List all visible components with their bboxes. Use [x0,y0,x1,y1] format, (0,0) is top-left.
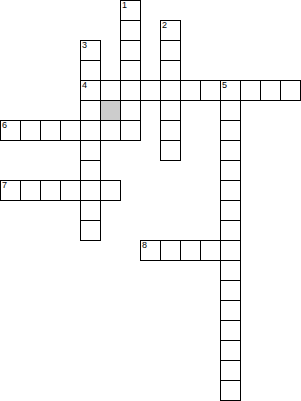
crossword-cell[interactable] [80,140,101,161]
crossword-cell[interactable] [80,220,101,241]
crossword-cell[interactable] [260,80,281,101]
crossword-cell[interactable] [120,80,141,101]
crossword-cell[interactable] [220,280,241,301]
crossword-cell[interactable] [220,140,241,161]
crossword-cell[interactable] [220,120,241,141]
crossword-cell[interactable] [100,120,121,141]
clue-number: 4 [82,81,87,90]
clue-number: 7 [2,181,7,190]
crossword-cell[interactable] [160,60,181,81]
clue-number: 5 [222,81,227,90]
crossword-cell[interactable] [180,80,201,101]
crossword-cell[interactable] [80,60,101,81]
clue-number: 1 [122,1,127,10]
crossword-cell[interactable] [200,240,221,261]
crossword-cell[interactable] [120,40,141,61]
crossword-cell[interactable] [220,180,241,201]
crossword-cell[interactable] [180,240,201,261]
crossword-cell[interactable] [160,120,181,141]
crossword-cell[interactable] [60,120,81,141]
crossword-cell[interactable] [160,240,181,261]
crossword-cell[interactable] [220,320,241,341]
crossword-cell[interactable] [80,120,101,141]
crossword-cell[interactable] [220,260,241,281]
crossword-cell[interactable] [40,180,61,201]
crossword-cell[interactable] [220,300,241,321]
crossword-cell[interactable] [160,80,181,101]
crossword-cell[interactable] [220,160,241,181]
crossword-cell[interactable] [60,180,81,201]
crossword-cell[interactable] [160,40,181,61]
crossword-cell[interactable] [120,60,141,81]
crossword-cell[interactable] [80,180,101,201]
crossword-cell[interactable] [40,120,61,141]
crossword-cell[interactable] [240,80,261,101]
crossword-cell[interactable] [280,80,301,101]
crossword-cell[interactable] [220,360,241,381]
clue-number: 2 [162,21,167,30]
crossword-cell[interactable] [160,100,181,121]
clue-number: 3 [82,41,87,50]
crossword-cell[interactable] [160,140,181,161]
crossword-cell[interactable] [220,220,241,241]
crossword-board: 12345678 [0,0,301,401]
crossword-cell[interactable] [100,80,121,101]
crossword-cell[interactable] [80,160,101,181]
clue-number: 6 [2,121,7,130]
crossword-cell[interactable] [220,200,241,221]
crossword-cell[interactable] [20,120,41,141]
crossword-cell[interactable] [80,200,101,221]
crossword-cell[interactable] [100,180,121,201]
crossword-cell[interactable] [20,180,41,201]
crossword-cell[interactable] [220,100,241,121]
crossword-cell[interactable] [220,380,241,401]
crossword-cell[interactable] [140,80,161,101]
clue-number: 8 [142,241,147,250]
crossword-cell[interactable] [220,340,241,361]
crossword-cell[interactable] [120,100,141,121]
crossword-cell-selected[interactable] [100,100,121,121]
crossword-cell[interactable] [120,120,141,141]
crossword-cell[interactable] [80,100,101,121]
crossword-cell[interactable] [120,20,141,41]
crossword-cell[interactable] [200,80,221,101]
crossword-cell[interactable] [220,240,241,261]
